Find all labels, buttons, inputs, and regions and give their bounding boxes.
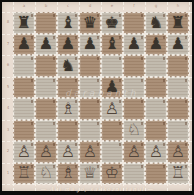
square-f2[interactable]: ♙ xyxy=(123,141,145,163)
square-b2[interactable]: ♙ xyxy=(35,141,57,163)
square-a7[interactable]: ♟ xyxy=(13,34,35,56)
file-label-d: d xyxy=(79,4,101,8)
rank-label-5: 5 xyxy=(5,85,11,89)
piece-white-knight: ♘ xyxy=(127,122,141,138)
piece-white-rook: ♖ xyxy=(17,165,31,181)
chess-board: ♜♝♛♚♞♜♟♟♟♟♝♟♟♟♞♟♗♙♘♙♙♙♙♙♙♙♖♘♗♕♔♖ xyxy=(13,12,189,184)
piece-black-pawn: ♟ xyxy=(127,36,141,52)
square-g4[interactable] xyxy=(145,98,167,120)
file-label-a: a xyxy=(13,4,35,8)
square-h3[interactable] xyxy=(167,120,189,142)
piece-white-knight: ♘ xyxy=(39,165,53,181)
perforation-line xyxy=(189,2,190,191)
piece-black-pawn: ♟ xyxy=(149,36,163,52)
rank-label-7: 7 xyxy=(5,42,11,46)
square-e3[interactable] xyxy=(101,120,123,142)
piece-black-king: ♚ xyxy=(105,14,119,30)
square-b7[interactable]: ♟ xyxy=(35,34,57,56)
file-label-f: f xyxy=(123,4,145,8)
square-e8[interactable]: ♚ xyxy=(101,12,123,34)
file-label-c: c xyxy=(57,4,79,8)
piece-white-pawn: ♙ xyxy=(39,143,53,159)
square-f1[interactable] xyxy=(123,163,145,185)
margin-script-text: — Aki ma jó, sakkozni tanul — xyxy=(2,185,192,193)
piece-white-pawn: ♙ xyxy=(17,143,31,159)
square-a6[interactable] xyxy=(13,55,35,77)
piece-black-bishop: ♝ xyxy=(105,36,119,52)
square-c2[interactable]: ♙ xyxy=(57,141,79,163)
square-d8[interactable]: ♛ xyxy=(79,12,101,34)
square-g2[interactable]: ♙ xyxy=(145,141,167,163)
square-g7[interactable]: ♟ xyxy=(145,34,167,56)
square-c8[interactable]: ♝ xyxy=(57,12,79,34)
square-h7[interactable]: ♟ xyxy=(167,34,189,56)
piece-black-pawn: ♟ xyxy=(39,36,53,52)
rank-label-8: 8 xyxy=(5,20,11,24)
square-a4[interactable] xyxy=(13,98,35,120)
square-b4[interactable] xyxy=(35,98,57,120)
piece-white-king: ♔ xyxy=(105,165,119,181)
square-e1[interactable]: ♔ xyxy=(101,163,123,185)
square-f5[interactable] xyxy=(123,77,145,99)
square-a3[interactable] xyxy=(13,120,35,142)
square-f4[interactable] xyxy=(123,98,145,120)
square-g3[interactable] xyxy=(145,120,167,142)
square-d5[interactable] xyxy=(79,77,101,99)
piece-black-rook: ♜ xyxy=(171,14,185,30)
square-a1[interactable]: ♖ xyxy=(13,163,35,185)
square-h4[interactable] xyxy=(167,98,189,120)
square-h5[interactable] xyxy=(167,77,189,99)
stamp-sheet: abcdefgh87654321 ♜♝♛♚♞♜♟♟♟♟♝♟♟♟♞♟♗♙♘♙♙♙♙… xyxy=(2,2,192,191)
square-b8[interactable] xyxy=(35,12,57,34)
square-c5[interactable] xyxy=(57,77,79,99)
square-h6[interactable] xyxy=(167,55,189,77)
square-d2[interactable]: ♙ xyxy=(79,141,101,163)
square-a2[interactable]: ♙ xyxy=(13,141,35,163)
piece-black-pawn: ♟ xyxy=(105,79,119,95)
rank-label-3: 3 xyxy=(5,128,11,132)
piece-white-bishop: ♗ xyxy=(61,165,75,181)
piece-white-rook: ♖ xyxy=(171,165,185,181)
piece-white-bishop: ♗ xyxy=(61,100,75,116)
piece-black-rook: ♜ xyxy=(17,14,31,30)
piece-white-pawn: ♙ xyxy=(171,143,185,159)
square-g1[interactable] xyxy=(145,163,167,185)
square-b5[interactable] xyxy=(35,77,57,99)
square-c1[interactable]: ♗ xyxy=(57,163,79,185)
square-d3[interactable] xyxy=(79,120,101,142)
file-label-b: b xyxy=(35,4,57,8)
piece-black-pawn: ♟ xyxy=(171,36,185,52)
piece-white-pawn: ♙ xyxy=(127,143,141,159)
square-d4[interactable] xyxy=(79,98,101,120)
rank-label-4: 4 xyxy=(5,106,11,110)
rank-label-2: 2 xyxy=(5,149,11,153)
piece-black-knight: ♞ xyxy=(61,57,75,73)
square-e7[interactable]: ♝ xyxy=(101,34,123,56)
square-f7[interactable]: ♟ xyxy=(123,34,145,56)
square-a5[interactable] xyxy=(13,77,35,99)
square-b6[interactable] xyxy=(35,55,57,77)
piece-white-pawn: ♙ xyxy=(105,100,119,116)
square-c3[interactable] xyxy=(57,120,79,142)
square-c4[interactable]: ♗ xyxy=(57,98,79,120)
piece-black-pawn: ♟ xyxy=(83,36,97,52)
square-h8[interactable]: ♜ xyxy=(167,12,189,34)
square-d7[interactable]: ♟ xyxy=(79,34,101,56)
file-label-e: e xyxy=(101,4,123,8)
square-d1[interactable]: ♕ xyxy=(79,163,101,185)
piece-white-pawn: ♙ xyxy=(149,143,163,159)
file-label-g: g xyxy=(145,4,167,8)
square-b3[interactable] xyxy=(35,120,57,142)
square-e5[interactable]: ♟ xyxy=(101,77,123,99)
square-h1[interactable]: ♖ xyxy=(167,163,189,185)
piece-black-pawn: ♟ xyxy=(61,36,75,52)
piece-black-queen: ♛ xyxy=(83,14,97,30)
piece-white-pawn: ♙ xyxy=(83,143,97,159)
square-e2[interactable] xyxy=(101,141,123,163)
square-c6[interactable]: ♞ xyxy=(57,55,79,77)
rank-label-1: 1 xyxy=(5,171,11,175)
square-g6[interactable] xyxy=(145,55,167,77)
square-f6[interactable] xyxy=(123,55,145,77)
square-g5[interactable] xyxy=(145,77,167,99)
square-e4[interactable]: ♙ xyxy=(101,98,123,120)
square-g8[interactable]: ♞ xyxy=(145,12,167,34)
square-f3[interactable]: ♘ xyxy=(123,120,145,142)
square-e6[interactable] xyxy=(101,55,123,77)
piece-black-bishop: ♝ xyxy=(61,14,75,30)
photo-of-stamp-sheet: { "game": "chess", "position": { "fen": … xyxy=(0,0,194,195)
file-label-h: h xyxy=(167,4,189,8)
square-c7[interactable]: ♟ xyxy=(57,34,79,56)
piece-white-queen: ♕ xyxy=(83,165,97,181)
square-d6[interactable] xyxy=(79,55,101,77)
piece-white-pawn: ♙ xyxy=(61,143,75,159)
piece-black-pawn: ♟ xyxy=(17,36,31,52)
square-f8[interactable] xyxy=(123,12,145,34)
square-b1[interactable]: ♘ xyxy=(35,163,57,185)
rank-label-6: 6 xyxy=(5,63,11,67)
piece-black-knight: ♞ xyxy=(149,14,163,30)
square-h2[interactable]: ♙ xyxy=(167,141,189,163)
square-a8[interactable]: ♜ xyxy=(13,12,35,34)
